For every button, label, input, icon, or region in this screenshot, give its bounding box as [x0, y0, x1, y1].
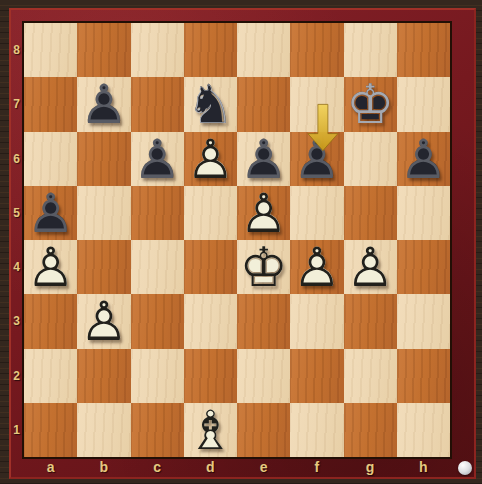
square-a8[interactable] [24, 23, 77, 77]
square-h4[interactable] [397, 240, 450, 294]
square-a3[interactable] [24, 294, 77, 348]
white-king-outline: ♔ [237, 240, 290, 294]
piece-white-pawn-g4[interactable]: ♟♙ [344, 240, 397, 294]
square-h2[interactable] [397, 349, 450, 403]
square-d8[interactable] [184, 23, 237, 77]
side-to-move-indicator [458, 461, 472, 475]
square-b2[interactable] [77, 349, 130, 403]
square-g1[interactable] [344, 403, 397, 457]
square-d3[interactable] [184, 294, 237, 348]
square-c3[interactable] [131, 294, 184, 348]
square-b5[interactable] [77, 186, 130, 240]
square-a1[interactable] [24, 403, 77, 457]
square-c5[interactable] [131, 186, 184, 240]
square-e1[interactable] [237, 403, 290, 457]
black-pawn-outline: ♙ [131, 132, 184, 186]
piece-black-pawn-f6[interactable]: ♟♙ [290, 132, 343, 186]
square-g5[interactable] [344, 186, 397, 240]
square-d5[interactable] [184, 186, 237, 240]
square-h5[interactable] [397, 186, 450, 240]
file-label-a: a [24, 458, 77, 476]
piece-white-pawn-a4[interactable]: ♟♙ [24, 240, 77, 294]
piece-white-pawn-f4[interactable]: ♟♙ [290, 240, 343, 294]
white-pawn-outline: ♙ [24, 240, 77, 294]
square-e8[interactable] [237, 23, 290, 77]
square-d4[interactable] [184, 240, 237, 294]
rank-label-2: 2 [9, 349, 24, 403]
square-d2[interactable] [184, 349, 237, 403]
black-pawn-outline: ♙ [237, 132, 290, 186]
file-label-b: b [77, 458, 130, 476]
rank-label-4: 4 [9, 240, 24, 294]
square-h7[interactable] [397, 77, 450, 131]
square-f7[interactable] [290, 77, 343, 131]
square-e2[interactable] [237, 349, 290, 403]
piece-white-pawn-d6[interactable]: ♟♙ [184, 132, 237, 186]
square-c8[interactable] [131, 23, 184, 77]
square-f8[interactable] [290, 23, 343, 77]
square-b1[interactable] [77, 403, 130, 457]
file-label-g: g [344, 458, 397, 476]
square-h8[interactable] [397, 23, 450, 77]
square-h1[interactable] [397, 403, 450, 457]
black-pawn-outline: ♙ [24, 186, 77, 240]
piece-black-pawn-h6[interactable]: ♟♙ [397, 132, 450, 186]
square-g3[interactable] [344, 294, 397, 348]
black-knight-outline: ♘ [184, 77, 237, 131]
file-label-h: h [397, 458, 450, 476]
piece-black-pawn-a5[interactable]: ♟♙ [24, 186, 77, 240]
file-label-f: f [290, 458, 343, 476]
square-h3[interactable] [397, 294, 450, 348]
square-c1[interactable] [131, 403, 184, 457]
black-pawn-outline: ♙ [77, 77, 130, 131]
square-b6[interactable] [77, 132, 130, 186]
white-pawn-outline: ♙ [184, 132, 237, 186]
white-bishop-outline: ♗ [184, 403, 237, 457]
rank-label-3: 3 [9, 294, 24, 348]
white-pawn-outline: ♙ [237, 186, 290, 240]
piece-black-pawn-b7[interactable]: ♟♙ [77, 77, 130, 131]
square-f5[interactable] [290, 186, 343, 240]
rank-label-8: 8 [9, 23, 24, 77]
square-e7[interactable] [237, 77, 290, 131]
square-g6[interactable] [344, 132, 397, 186]
square-g2[interactable] [344, 349, 397, 403]
black-pawn-outline: ♙ [290, 132, 343, 186]
file-labels: abcdefgh [24, 458, 450, 476]
square-c2[interactable] [131, 349, 184, 403]
white-pawn-outline: ♙ [344, 240, 397, 294]
black-pawn-outline: ♙ [397, 132, 450, 186]
piece-black-king-g7[interactable]: ♚♔ [344, 77, 397, 131]
rank-label-7: 7 [9, 77, 24, 131]
piece-white-pawn-b3[interactable]: ♟♙ [77, 294, 130, 348]
square-f3[interactable] [290, 294, 343, 348]
file-label-c: c [131, 458, 184, 476]
square-a7[interactable] [24, 77, 77, 131]
piece-black-pawn-c6[interactable]: ♟♙ [131, 132, 184, 186]
square-a6[interactable] [24, 132, 77, 186]
chess-app: 87654321 abcdefgh ♟♙♞♘♚♔♟♙♟♙♟♙♟♙♟♙♟♙♟♙♟♙… [0, 0, 482, 484]
black-king-outline: ♔ [344, 77, 397, 131]
rank-label-1: 1 [9, 403, 24, 457]
square-b8[interactable] [77, 23, 130, 77]
square-f2[interactable] [290, 349, 343, 403]
piece-black-knight-d7[interactable]: ♞♘ [184, 77, 237, 131]
square-c7[interactable] [131, 77, 184, 131]
white-pawn-outline: ♙ [77, 294, 130, 348]
square-g8[interactable] [344, 23, 397, 77]
white-pawn-outline: ♙ [290, 240, 343, 294]
square-c4[interactable] [131, 240, 184, 294]
square-b4[interactable] [77, 240, 130, 294]
rank-label-5: 5 [9, 186, 24, 240]
square-e3[interactable] [237, 294, 290, 348]
piece-white-pawn-e5[interactable]: ♟♙ [237, 186, 290, 240]
piece-white-king-e4[interactable]: ♚♔ [237, 240, 290, 294]
rank-labels: 87654321 [9, 23, 24, 457]
square-f1[interactable] [290, 403, 343, 457]
square-a2[interactable] [24, 349, 77, 403]
piece-white-bishop-d1[interactable]: ♝♗ [184, 403, 237, 457]
file-label-e: e [237, 458, 290, 476]
rank-label-6: 6 [9, 132, 24, 186]
piece-black-pawn-e6[interactable]: ♟♙ [237, 132, 290, 186]
